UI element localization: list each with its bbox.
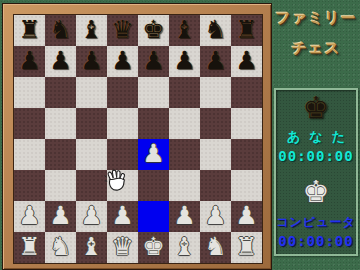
square-d1[interactable]: ♛ (107, 232, 138, 263)
square-b8[interactable]: ♞ (45, 15, 76, 46)
white-bishop: ♝ (173, 234, 195, 259)
square-g2[interactable]: ♟ (200, 201, 231, 232)
player-computer-clock: 00:00:00 (278, 233, 353, 249)
square-f5[interactable] (169, 108, 200, 139)
square-f3[interactable] (169, 170, 200, 201)
square-e2[interactable] (138, 201, 169, 232)
black-bishop: ♝ (173, 17, 195, 42)
square-d2[interactable]: ♟ (107, 201, 138, 232)
players-panel: ♚ あなた 00:00:00 ♚ コンピュータ 00:00:00 (274, 88, 358, 256)
black-king: ♚ (142, 17, 164, 42)
square-a8[interactable]: ♜ (14, 15, 45, 46)
square-a1[interactable]: ♜ (14, 232, 45, 263)
white-king: ♚ (142, 234, 164, 259)
square-g5[interactable] (200, 108, 231, 139)
black-bishop: ♝ (80, 17, 102, 42)
square-d4[interactable] (107, 139, 138, 170)
black-pawn: ♟ (173, 48, 195, 73)
square-c5[interactable] (76, 108, 107, 139)
white-king-icon: ♚ (303, 176, 330, 208)
square-d5[interactable] (107, 108, 138, 139)
white-pawn: ♟ (204, 203, 226, 228)
square-a7[interactable]: ♟ (14, 46, 45, 77)
game-title-line1: ファミリー (274, 8, 358, 28)
square-f4[interactable] (169, 139, 200, 170)
white-pawn: ♟ (111, 203, 133, 228)
square-c4[interactable] (76, 139, 107, 170)
square-h1[interactable]: ♜ (231, 232, 262, 263)
black-pawn: ♟ (49, 48, 71, 73)
square-f7[interactable]: ♟ (169, 46, 200, 77)
black-knight: ♞ (49, 17, 71, 42)
white-knight: ♞ (49, 234, 71, 259)
white-pawn: ♟ (18, 203, 40, 228)
square-g8[interactable]: ♞ (200, 15, 231, 46)
square-b1[interactable]: ♞ (45, 232, 76, 263)
player-computer-label: コンピュータ (276, 214, 355, 231)
square-a4[interactable] (14, 139, 45, 170)
white-rook: ♜ (18, 234, 40, 259)
square-b6[interactable] (45, 77, 76, 108)
square-a6[interactable] (14, 77, 45, 108)
square-a3[interactable] (14, 170, 45, 201)
square-b7[interactable]: ♟ (45, 46, 76, 77)
square-f1[interactable]: ♝ (169, 232, 200, 263)
square-h7[interactable]: ♟ (231, 46, 262, 77)
square-d6[interactable] (107, 77, 138, 108)
square-g1[interactable]: ♞ (200, 232, 231, 263)
square-h8[interactable]: ♜ (231, 15, 262, 46)
square-d8[interactable]: ♛ (107, 15, 138, 46)
black-pawn: ♟ (80, 48, 102, 73)
black-rook: ♜ (18, 17, 40, 42)
square-f2[interactable]: ♟ (169, 201, 200, 232)
square-g7[interactable]: ♟ (200, 46, 231, 77)
square-e6[interactable] (138, 77, 169, 108)
square-a2[interactable]: ♟ (14, 201, 45, 232)
square-h4[interactable] (231, 139, 262, 170)
black-knight: ♞ (204, 17, 226, 42)
black-pawn: ♟ (204, 48, 226, 73)
black-pawn: ♟ (142, 48, 164, 73)
square-h3[interactable] (231, 170, 262, 201)
player-you-label: あなた (278, 128, 354, 146)
game-title-line2: チェス (274, 38, 358, 58)
white-knight: ♞ (204, 234, 226, 259)
square-c8[interactable]: ♝ (76, 15, 107, 46)
chess-board: ♜♞♝♛♚♝♞♜♟♟♟♟♟♟♟♟♟♟♟♟♟♟♟♟♜♞♝♛♚♝♞♜ (13, 14, 263, 264)
family-chess-screen: ♜♞♝♛♚♝♞♜♟♟♟♟♟♟♟♟♟♟♟♟♟♟♟♟♜♞♝♛♚♝♞♜ ファミリー チ… (0, 0, 360, 270)
white-pawn: ♟ (80, 203, 102, 228)
square-d7[interactable]: ♟ (107, 46, 138, 77)
white-pawn: ♟ (49, 203, 71, 228)
game-title: ファミリー チェス (274, 8, 358, 58)
white-pawn: ♟ (235, 203, 257, 228)
square-e7[interactable]: ♟ (138, 46, 169, 77)
square-c2[interactable]: ♟ (76, 201, 107, 232)
hand-cursor[interactable] (102, 168, 130, 196)
square-e4[interactable]: ♟ (138, 139, 169, 170)
black-king-icon: ♚ (303, 92, 330, 124)
white-bishop: ♝ (80, 234, 102, 259)
white-pawn: ♟ (142, 141, 164, 166)
white-rook: ♜ (235, 234, 257, 259)
square-g3[interactable] (200, 170, 231, 201)
white-queen: ♛ (111, 234, 133, 259)
square-c1[interactable]: ♝ (76, 232, 107, 263)
square-h2[interactable]: ♟ (231, 201, 262, 232)
square-b5[interactable] (45, 108, 76, 139)
square-b4[interactable] (45, 139, 76, 170)
square-a5[interactable] (14, 108, 45, 139)
square-e8[interactable]: ♚ (138, 15, 169, 46)
square-c7[interactable]: ♟ (76, 46, 107, 77)
square-g6[interactable] (200, 77, 231, 108)
board-frame: ♜♞♝♛♚♝♞♜♟♟♟♟♟♟♟♟♟♟♟♟♟♟♟♟♜♞♝♛♚♝♞♜ (2, 3, 272, 270)
black-rook: ♜ (235, 17, 257, 42)
square-h6[interactable] (231, 77, 262, 108)
square-e1[interactable]: ♚ (138, 232, 169, 263)
player-you-clock: 00:00:00 (278, 148, 353, 164)
square-b2[interactable]: ♟ (45, 201, 76, 232)
white-pawn: ♟ (173, 203, 195, 228)
square-b3[interactable] (45, 170, 76, 201)
square-h5[interactable] (231, 108, 262, 139)
square-g4[interactable] (200, 139, 231, 170)
square-f6[interactable] (169, 77, 200, 108)
square-e3[interactable] (138, 170, 169, 201)
square-c6[interactable] (76, 77, 107, 108)
black-pawn: ♟ (235, 48, 257, 73)
black-pawn: ♟ (111, 48, 133, 73)
square-e5[interactable] (138, 108, 169, 139)
square-f8[interactable]: ♝ (169, 15, 200, 46)
black-pawn: ♟ (18, 48, 40, 73)
black-queen: ♛ (111, 17, 133, 42)
